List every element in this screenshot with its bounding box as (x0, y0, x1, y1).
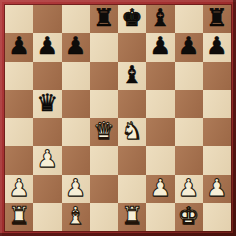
square-h2[interactable]: ♟ (203, 175, 231, 203)
square-d7[interactable] (90, 33, 118, 61)
black-king[interactable]: ♚ (121, 6, 143, 30)
chess-board: ♜♚♝♜♟♟♟♟♟♟♝♛♛♞♟♟♟♟♟♟♜♝♜♚ (5, 5, 231, 231)
black-pawn[interactable]: ♟ (178, 34, 200, 58)
square-a7[interactable]: ♟ (5, 33, 33, 61)
square-f6[interactable] (146, 62, 174, 90)
white-queen[interactable]: ♛ (93, 119, 115, 143)
black-pawn[interactable]: ♟ (150, 34, 172, 58)
square-a4[interactable] (5, 118, 33, 146)
square-b8[interactable] (33, 5, 61, 33)
square-a3[interactable] (5, 146, 33, 174)
square-d3[interactable] (90, 146, 118, 174)
square-c2[interactable]: ♟ (62, 175, 90, 203)
square-e5[interactable] (118, 90, 146, 118)
square-b2[interactable] (33, 175, 61, 203)
white-pawn[interactable]: ♟ (8, 176, 30, 200)
square-a1[interactable]: ♜ (5, 203, 33, 231)
square-b3[interactable]: ♟ (33, 146, 61, 174)
square-f3[interactable] (146, 146, 174, 174)
square-h3[interactable] (203, 146, 231, 174)
black-pawn[interactable]: ♟ (8, 34, 30, 58)
square-g7[interactable]: ♟ (175, 33, 203, 61)
square-c6[interactable] (62, 62, 90, 90)
square-f7[interactable]: ♟ (146, 33, 174, 61)
square-d1[interactable] (90, 203, 118, 231)
square-c8[interactable] (62, 5, 90, 33)
square-h7[interactable]: ♟ (203, 33, 231, 61)
white-pawn[interactable]: ♟ (150, 176, 172, 200)
square-g3[interactable] (175, 146, 203, 174)
square-d2[interactable] (90, 175, 118, 203)
white-knight[interactable]: ♞ (121, 119, 143, 143)
square-h6[interactable] (203, 62, 231, 90)
black-queen[interactable]: ♛ (37, 91, 59, 115)
square-f5[interactable] (146, 90, 174, 118)
white-pawn[interactable]: ♟ (37, 147, 59, 171)
square-e2[interactable] (118, 175, 146, 203)
white-pawn[interactable]: ♟ (206, 176, 228, 200)
square-e7[interactable] (118, 33, 146, 61)
square-h5[interactable] (203, 90, 231, 118)
square-e1[interactable]: ♜ (118, 203, 146, 231)
square-e8[interactable]: ♚ (118, 5, 146, 33)
square-e6[interactable]: ♝ (118, 62, 146, 90)
black-rook[interactable]: ♜ (206, 6, 228, 30)
square-g6[interactable] (175, 62, 203, 90)
square-d8[interactable]: ♜ (90, 5, 118, 33)
black-bishop[interactable]: ♝ (150, 6, 172, 30)
square-f1[interactable] (146, 203, 174, 231)
square-c4[interactable] (62, 118, 90, 146)
square-g2[interactable]: ♟ (175, 175, 203, 203)
square-c5[interactable] (62, 90, 90, 118)
square-c3[interactable] (62, 146, 90, 174)
square-f2[interactable]: ♟ (146, 175, 174, 203)
square-b7[interactable]: ♟ (33, 33, 61, 61)
square-c7[interactable]: ♟ (62, 33, 90, 61)
square-d6[interactable] (90, 62, 118, 90)
square-d4[interactable]: ♛ (90, 118, 118, 146)
black-rook[interactable]: ♜ (93, 6, 115, 30)
square-b5[interactable]: ♛ (33, 90, 61, 118)
white-rook[interactable]: ♜ (8, 204, 30, 228)
square-e3[interactable] (118, 146, 146, 174)
square-b6[interactable] (33, 62, 61, 90)
square-h4[interactable] (203, 118, 231, 146)
square-c1[interactable]: ♝ (62, 203, 90, 231)
square-e4[interactable]: ♞ (118, 118, 146, 146)
square-d5[interactable] (90, 90, 118, 118)
square-b4[interactable] (33, 118, 61, 146)
square-f8[interactable]: ♝ (146, 5, 174, 33)
square-g8[interactable] (175, 5, 203, 33)
square-a2[interactable]: ♟ (5, 175, 33, 203)
square-a5[interactable] (5, 90, 33, 118)
square-g4[interactable] (175, 118, 203, 146)
white-pawn[interactable]: ♟ (178, 176, 200, 200)
square-g5[interactable] (175, 90, 203, 118)
board-frame: ♜♚♝♜♟♟♟♟♟♟♝♛♛♞♟♟♟♟♟♟♜♝♜♚ (0, 0, 236, 236)
square-h8[interactable]: ♜ (203, 5, 231, 33)
square-g1[interactable]: ♚ (175, 203, 203, 231)
square-b1[interactable] (33, 203, 61, 231)
square-f4[interactable] (146, 118, 174, 146)
black-pawn[interactable]: ♟ (65, 34, 87, 58)
black-bishop[interactable]: ♝ (121, 63, 143, 87)
white-pawn[interactable]: ♟ (65, 176, 87, 200)
square-a6[interactable] (5, 62, 33, 90)
white-rook[interactable]: ♜ (121, 204, 143, 228)
white-king[interactable]: ♚ (178, 204, 200, 228)
black-pawn[interactable]: ♟ (206, 34, 228, 58)
black-pawn[interactable]: ♟ (37, 34, 59, 58)
square-h1[interactable] (203, 203, 231, 231)
square-a8[interactable] (5, 5, 33, 33)
white-bishop[interactable]: ♝ (65, 204, 87, 228)
